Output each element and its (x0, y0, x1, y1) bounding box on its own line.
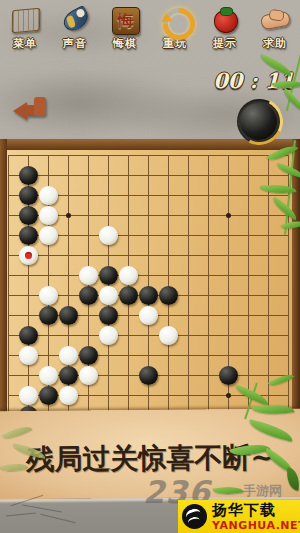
badge-domain: YANGHUA.NET (212, 520, 300, 531)
black-stone (159, 286, 178, 305)
white-stone (39, 206, 58, 225)
white-stone (19, 346, 38, 365)
star-point (226, 213, 231, 218)
white-stone (79, 366, 98, 385)
board-frame-left (0, 139, 7, 419)
black-stone (39, 306, 58, 325)
replay-swirl-icon (158, 5, 192, 35)
watermark-suffix: 手游网 (243, 482, 282, 500)
toolbar: 菜单 声音 悔 悔棋 重玩 提示 求助 (0, 2, 300, 58)
white-stone (39, 186, 58, 205)
replay-button[interactable]: 重玩 (150, 2, 200, 58)
scroll-icon (8, 5, 42, 35)
white-stone (159, 326, 178, 345)
white-stone (79, 266, 98, 285)
black-stone (19, 206, 38, 225)
white-stone (139, 306, 158, 325)
hint-label: 提示 (213, 36, 237, 51)
white-stone (99, 326, 118, 345)
white-stone (59, 386, 78, 405)
black-stone (79, 346, 98, 365)
black-stone (219, 366, 238, 385)
handshake-icon (258, 5, 292, 35)
help-label: 求助 (263, 36, 287, 51)
turn-stone-black (240, 103, 277, 140)
black-stone (139, 366, 158, 385)
back-button[interactable] (13, 94, 53, 128)
black-stone (99, 306, 118, 325)
star-point (226, 393, 231, 398)
black-stone (19, 226, 38, 245)
badge-title: 扬华下载 (212, 503, 300, 518)
black-stone (19, 326, 38, 345)
black-stone (99, 266, 118, 285)
horn-icon (58, 5, 92, 35)
last-move-marker (25, 252, 32, 259)
star-point (66, 213, 71, 218)
black-stone (119, 286, 138, 305)
white-stone (19, 386, 38, 405)
timer: 00 : 11 (174, 68, 294, 93)
white-stone (99, 226, 118, 245)
undo-label: 悔棋 (113, 36, 137, 51)
undo-button[interactable]: 悔 悔棋 (100, 2, 150, 58)
black-stone (19, 166, 38, 185)
menu-button[interactable]: 菜单 (0, 2, 50, 58)
black-stone (19, 186, 38, 205)
white-stone (99, 286, 118, 305)
white-stone (39, 226, 58, 245)
download-badge[interactable]: 扬华下载 YANGHUA.NET (178, 500, 300, 533)
black-stone (79, 286, 98, 305)
hint-button[interactable]: 提示 (200, 2, 250, 58)
black-stone (59, 366, 78, 385)
game-screen: 菜单 声音 悔 悔棋 重玩 提示 求助 00 : 11 (0, 0, 300, 533)
black-stone (39, 386, 58, 405)
white-stone (119, 266, 138, 285)
black-stone (139, 286, 158, 305)
menu-label: 菜单 (13, 36, 37, 51)
sound-button[interactable]: 声音 (50, 2, 100, 58)
white-stone (19, 246, 38, 265)
black-stone (59, 306, 78, 325)
white-stone (39, 286, 58, 305)
sound-label: 声音 (63, 36, 87, 51)
help-button[interactable]: 求助 (250, 2, 300, 58)
yanghua-logo-icon (182, 504, 207, 529)
white-stone (59, 346, 78, 365)
undo-plaque-icon: 悔 (108, 5, 142, 35)
turn-indicator (237, 99, 282, 144)
pouch-icon (208, 5, 242, 35)
white-stone (39, 366, 58, 385)
